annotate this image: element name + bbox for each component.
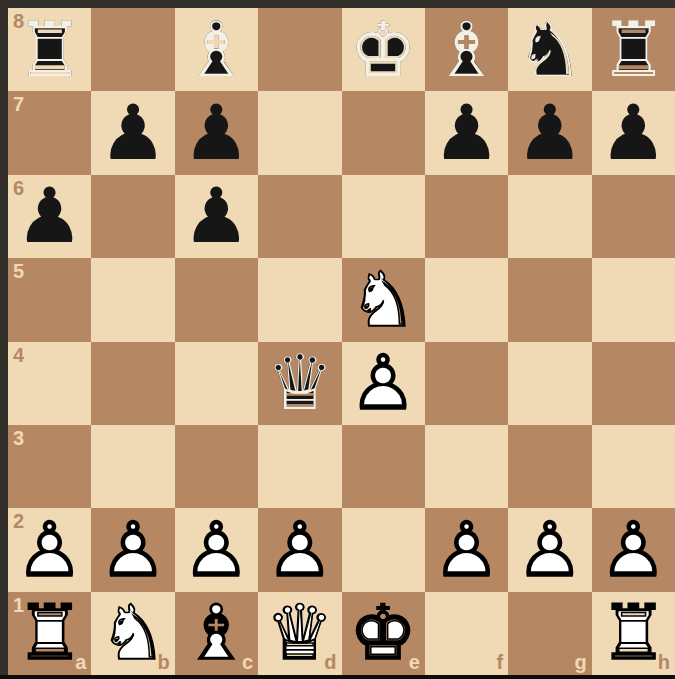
square-b4[interactable] bbox=[91, 342, 174, 425]
square-g2[interactable]: ♟♙ bbox=[508, 508, 591, 591]
square-d4[interactable]: ♛♕ bbox=[258, 342, 341, 425]
square-f2[interactable]: ♟♙ bbox=[425, 508, 508, 591]
rank-label-5: 5 bbox=[13, 261, 24, 281]
square-f8[interactable]: ♝♗ bbox=[425, 8, 508, 91]
board-bottom-edge bbox=[0, 675, 675, 679]
square-c2[interactable]: ♟♙ bbox=[175, 508, 258, 591]
white-rook[interactable]: ♜♖ bbox=[8, 592, 91, 675]
chess-board: 8♜♖♝♗♚♔♝♗♞♘♜♖7♟♟♟♟♟6♟♟5♞♘4♛♕♟♙32♟♙♟♙♟♙♟♙… bbox=[8, 8, 675, 675]
square-e4[interactable]: ♟♙ bbox=[342, 342, 425, 425]
black-pawn[interactable]: ♟ bbox=[508, 91, 591, 174]
square-b1[interactable]: b♞♘ bbox=[91, 592, 174, 675]
black-bishop[interactable]: ♝♗ bbox=[175, 8, 258, 91]
square-a4[interactable]: 4 bbox=[8, 342, 91, 425]
square-g8[interactable]: ♞♘ bbox=[508, 8, 591, 91]
square-e2[interactable] bbox=[342, 508, 425, 591]
square-a8[interactable]: 8♜♖ bbox=[8, 8, 91, 91]
white-pawn[interactable]: ♟♙ bbox=[342, 342, 425, 425]
square-d3[interactable] bbox=[258, 425, 341, 508]
square-b2[interactable]: ♟♙ bbox=[91, 508, 174, 591]
white-queen-outline: ♕ bbox=[266, 595, 334, 671]
white-pawn[interactable]: ♟♙ bbox=[425, 508, 508, 591]
square-f5[interactable] bbox=[425, 258, 508, 341]
square-d1[interactable]: d♛♕ bbox=[258, 592, 341, 675]
white-pawn[interactable]: ♟♙ bbox=[175, 508, 258, 591]
square-g7[interactable]: ♟ bbox=[508, 91, 591, 174]
white-pawn-outline: ♙ bbox=[432, 512, 500, 588]
black-pawn-glyph: ♟ bbox=[432, 95, 500, 171]
square-h8[interactable]: ♜♖ bbox=[592, 8, 675, 91]
square-d2[interactable]: ♟♙ bbox=[258, 508, 341, 591]
white-pawn-outline: ♙ bbox=[182, 512, 250, 588]
file-label-f: f bbox=[497, 652, 504, 672]
square-a5[interactable]: 5 bbox=[8, 258, 91, 341]
board-frame: 8♜♖♝♗♚♔♝♗♞♘♜♖7♟♟♟♟♟6♟♟5♞♘4♛♕♟♙32♟♙♟♙♟♙♟♙… bbox=[0, 0, 675, 679]
black-pawn-glyph: ♟ bbox=[182, 95, 250, 171]
square-c6[interactable]: ♟ bbox=[175, 175, 258, 258]
black-rook[interactable]: ♜♖ bbox=[8, 8, 91, 91]
black-king-outline: ♔ bbox=[349, 12, 417, 88]
square-g3[interactable] bbox=[508, 425, 591, 508]
square-e1[interactable]: e♚♔ bbox=[342, 592, 425, 675]
black-pawn[interactable]: ♟ bbox=[175, 175, 258, 258]
white-pawn-outline: ♙ bbox=[16, 512, 84, 588]
black-bishop-outline: ♗ bbox=[182, 12, 250, 88]
black-pawn[interactable]: ♟ bbox=[425, 91, 508, 174]
black-bishop[interactable]: ♝♗ bbox=[425, 8, 508, 91]
square-a1[interactable]: 1a♜♖ bbox=[8, 592, 91, 675]
white-king[interactable]: ♚♔ bbox=[342, 592, 425, 675]
square-b3[interactable] bbox=[91, 425, 174, 508]
white-queen[interactable]: ♛♕ bbox=[258, 592, 341, 675]
rank-label-4: 4 bbox=[13, 345, 24, 365]
square-h1[interactable]: h♜♖ bbox=[592, 592, 675, 675]
file-label-g: g bbox=[574, 652, 586, 672]
square-h2[interactable]: ♟♙ bbox=[592, 508, 675, 591]
square-f7[interactable]: ♟ bbox=[425, 91, 508, 174]
black-rook[interactable]: ♜♖ bbox=[592, 8, 675, 91]
white-pawn-outline: ♙ bbox=[599, 512, 667, 588]
square-b5[interactable] bbox=[91, 258, 174, 341]
black-pawn[interactable]: ♟ bbox=[592, 91, 675, 174]
square-h3[interactable] bbox=[592, 425, 675, 508]
black-pawn-glyph: ♟ bbox=[599, 95, 667, 171]
white-pawn-outline: ♙ bbox=[516, 512, 584, 588]
black-pawn-glyph: ♟ bbox=[516, 95, 584, 171]
square-b8[interactable] bbox=[91, 8, 174, 91]
square-c5[interactable] bbox=[175, 258, 258, 341]
white-pawn[interactable]: ♟♙ bbox=[592, 508, 675, 591]
white-pawn[interactable]: ♟♙ bbox=[258, 508, 341, 591]
rank-label-7: 7 bbox=[13, 94, 24, 114]
square-d8[interactable] bbox=[258, 8, 341, 91]
white-pawn[interactable]: ♟♙ bbox=[508, 508, 591, 591]
black-pawn[interactable]: ♟ bbox=[91, 91, 174, 174]
square-b7[interactable]: ♟ bbox=[91, 91, 174, 174]
black-rook-outline: ♖ bbox=[16, 12, 84, 88]
white-rook[interactable]: ♜♖ bbox=[592, 592, 675, 675]
white-knight[interactable]: ♞♘ bbox=[342, 258, 425, 341]
white-knight-outline: ♘ bbox=[99, 595, 167, 671]
square-a3[interactable]: 3 bbox=[8, 425, 91, 508]
square-c7[interactable]: ♟ bbox=[175, 91, 258, 174]
black-pawn-glyph: ♟ bbox=[99, 95, 167, 171]
square-f6[interactable] bbox=[425, 175, 508, 258]
square-h4[interactable] bbox=[592, 342, 675, 425]
black-queen-outline: ♕ bbox=[266, 345, 334, 421]
black-bishop-outline: ♗ bbox=[432, 12, 500, 88]
white-king-outline: ♔ bbox=[349, 595, 417, 671]
square-f1[interactable]: f bbox=[425, 592, 508, 675]
square-g1[interactable]: g bbox=[508, 592, 591, 675]
black-rook-outline: ♖ bbox=[599, 12, 667, 88]
square-a2[interactable]: 2♟♙ bbox=[8, 508, 91, 591]
square-c8[interactable]: ♝♗ bbox=[175, 8, 258, 91]
black-pawn-glyph: ♟ bbox=[182, 178, 250, 254]
white-knight-outline: ♘ bbox=[349, 262, 417, 338]
black-pawn[interactable]: ♟ bbox=[175, 91, 258, 174]
black-king[interactable]: ♚♔ bbox=[342, 8, 425, 91]
square-h5[interactable] bbox=[592, 258, 675, 341]
square-e6[interactable] bbox=[342, 175, 425, 258]
white-rook-outline: ♖ bbox=[16, 595, 84, 671]
white-rook-outline: ♖ bbox=[599, 595, 667, 671]
rank-label-3: 3 bbox=[13, 428, 24, 448]
white-pawn[interactable]: ♟♙ bbox=[91, 508, 174, 591]
square-a7[interactable]: 7 bbox=[8, 91, 91, 174]
square-c3[interactable] bbox=[175, 425, 258, 508]
white-knight[interactable]: ♞♘ bbox=[91, 592, 174, 675]
square-c4[interactable] bbox=[175, 342, 258, 425]
square-c1[interactable]: c♝♗ bbox=[175, 592, 258, 675]
square-g4[interactable] bbox=[508, 342, 591, 425]
square-g5[interactable] bbox=[508, 258, 591, 341]
white-bishop-outline: ♗ bbox=[182, 595, 250, 671]
square-e8[interactable]: ♚♔ bbox=[342, 8, 425, 91]
square-e5[interactable]: ♞♘ bbox=[342, 258, 425, 341]
white-bishop[interactable]: ♝♗ bbox=[175, 592, 258, 675]
square-e3[interactable] bbox=[342, 425, 425, 508]
white-pawn-outline: ♙ bbox=[349, 345, 417, 421]
square-f3[interactable] bbox=[425, 425, 508, 508]
square-h7[interactable]: ♟ bbox=[592, 91, 675, 174]
white-pawn[interactable]: ♟♙ bbox=[8, 508, 91, 591]
square-h6[interactable] bbox=[592, 175, 675, 258]
square-d7[interactable] bbox=[258, 91, 341, 174]
square-f4[interactable] bbox=[425, 342, 508, 425]
square-g6[interactable] bbox=[508, 175, 591, 258]
square-d5[interactable] bbox=[258, 258, 341, 341]
black-pawn[interactable]: ♟ bbox=[8, 175, 91, 258]
square-a6[interactable]: 6♟ bbox=[8, 175, 91, 258]
black-queen[interactable]: ♛♕ bbox=[258, 342, 341, 425]
black-knight[interactable]: ♞♘ bbox=[508, 8, 591, 91]
square-d6[interactable] bbox=[258, 175, 341, 258]
black-knight-outline: ♘ bbox=[516, 12, 584, 88]
square-e7[interactable] bbox=[342, 91, 425, 174]
square-b6[interactable] bbox=[91, 175, 174, 258]
white-pawn-outline: ♙ bbox=[99, 512, 167, 588]
black-pawn-glyph: ♟ bbox=[16, 178, 84, 254]
white-pawn-outline: ♙ bbox=[266, 512, 334, 588]
